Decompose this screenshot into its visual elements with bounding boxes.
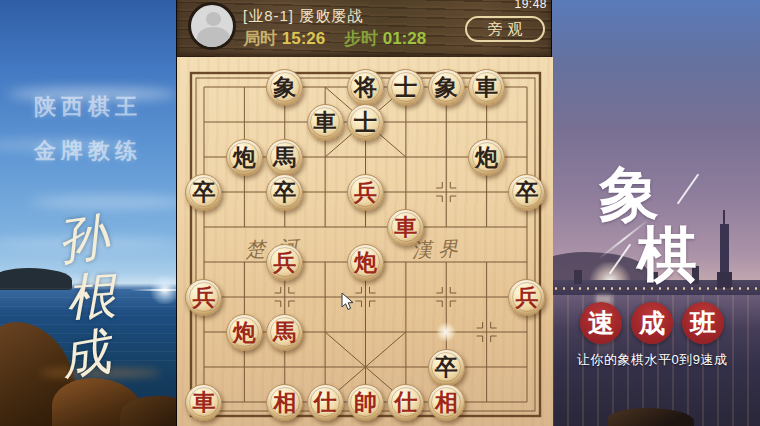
piece-glyph: 士: [354, 111, 377, 134]
intersection-7-8[interactable]: [466, 350, 506, 385]
intersection-5-9[interactable]: 仕: [386, 385, 426, 420]
intersection-5-4[interactable]: 車: [386, 210, 426, 245]
badge-circle: 成: [631, 302, 673, 344]
mouse-cursor: [341, 292, 355, 312]
player-avatar[interactable]: [188, 2, 236, 50]
app-screen: 陕西棋王 金牌教练 孙 根 成 象 棋 速 成 班 让你的象棋水平0到9速成: [0, 0, 760, 426]
person-icon: [206, 12, 221, 26]
intersection-6-2[interactable]: [426, 140, 466, 175]
intersection-2-5[interactable]: 兵: [265, 245, 305, 280]
intersection-6-0[interactable]: 象: [426, 70, 466, 105]
move-time-label: 步时: [344, 29, 378, 48]
intersection-8-9[interactable]: [507, 385, 547, 420]
decorative-slash: [677, 174, 699, 205]
intersection-5-0[interactable]: 士: [386, 70, 426, 105]
intersection-7-4[interactable]: [466, 210, 506, 245]
intersection-8-6[interactable]: 兵: [507, 280, 547, 315]
black-piece-卒[interactable]: 卒: [508, 174, 545, 211]
intersection-2-6[interactable]: [265, 280, 305, 315]
piece-glyph: 象: [273, 76, 296, 99]
xiangqi-board[interactable]: 象将士象車車士炮馬炮卒卒兵卒車兵炮兵兵炮馬卒車相仕帥仕相: [184, 70, 547, 420]
piece-glyph: 炮: [475, 146, 498, 169]
intersection-2-8[interactable]: [265, 350, 305, 385]
right-promo-panel: 象 棋 速 成 班 让你的象棋水平0到9速成: [552, 0, 760, 426]
black-piece-車[interactable]: 車: [468, 69, 505, 106]
intersection-4-2[interactable]: [345, 140, 385, 175]
person-icon: [197, 27, 230, 49]
building: [574, 270, 582, 284]
calligraphy-signature: 孙 根 成: [58, 210, 108, 384]
intersection-3-1[interactable]: 車: [305, 105, 345, 140]
intersection-1-5[interactable]: [224, 245, 264, 280]
intersection-6-4[interactable]: [426, 210, 466, 245]
intersection-5-3[interactable]: [386, 175, 426, 210]
intersection-6-5[interactable]: [426, 245, 466, 280]
last-move-highlight: [436, 322, 456, 342]
intersection-3-0[interactable]: [305, 70, 345, 105]
black-piece-馬[interactable]: 馬: [266, 139, 303, 176]
calligraphy-char: 成: [55, 322, 114, 388]
tower-silhouette: [720, 224, 729, 288]
red-piece-相[interactable]: 相: [428, 384, 465, 421]
left-promo-panel: 陕西棋王 金牌教练 孙 根 成: [0, 0, 176, 426]
piece-glyph: 兵: [192, 286, 215, 309]
intersection-2-9[interactable]: 相: [265, 385, 305, 420]
promo-text-line2: 金牌教练: [0, 136, 176, 166]
intersection-5-6[interactable]: [386, 280, 426, 315]
piece-glyph: 卒: [515, 181, 538, 204]
intersection-2-2[interactable]: 馬: [265, 140, 305, 175]
intersection-0-3[interactable]: 卒: [184, 175, 224, 210]
promo-badges: 速 成 班: [580, 302, 724, 344]
red-piece-帥[interactable]: 帥: [347, 384, 384, 421]
intersection-0-0[interactable]: [184, 70, 224, 105]
piece-glyph: 卒: [273, 181, 296, 204]
piece-glyph: 馬: [273, 321, 296, 344]
intersection-1-3[interactable]: [224, 175, 264, 210]
intersection-0-6[interactable]: 兵: [184, 280, 224, 315]
intersection-4-9[interactable]: 帥: [345, 385, 385, 420]
piece-glyph: 車: [314, 111, 337, 134]
red-piece-仕[interactable]: 仕: [307, 384, 344, 421]
intersection-4-8[interactable]: [345, 350, 385, 385]
piece-glyph: 馬: [273, 146, 296, 169]
intersection-6-7[interactable]: [426, 315, 466, 350]
intersection-3-3[interactable]: [305, 175, 345, 210]
intersection-8-8[interactable]: [507, 350, 547, 385]
piece-glyph: 相: [273, 391, 296, 414]
intersection-7-1[interactable]: [466, 105, 506, 140]
black-piece-士[interactable]: 士: [387, 69, 424, 106]
promo-slogan: 让你的象棋水平0到9速成: [577, 351, 737, 369]
promo-title-char: 棋: [637, 224, 697, 284]
intersection-7-6[interactable]: [466, 280, 506, 315]
badge-circle: 班: [682, 302, 724, 344]
intersection-0-5[interactable]: [184, 245, 224, 280]
intersection-1-4[interactable]: [224, 210, 264, 245]
move-time-value: 01:28: [383, 29, 426, 48]
intersection-1-9[interactable]: [224, 385, 264, 420]
intersection-2-4[interactable]: [265, 210, 305, 245]
intersection-7-0[interactable]: 車: [466, 70, 506, 105]
top-bar: [业8-1] 屡败屡战 局时 15:26 步时 01:28 19:48 旁观: [177, 0, 551, 57]
game-time-value: 15:26: [282, 29, 325, 48]
piece-glyph: 炮: [233, 146, 256, 169]
intersection-3-5[interactable]: [305, 245, 345, 280]
system-clock: 19:48: [514, 0, 547, 11]
intersection-4-7[interactable]: [345, 315, 385, 350]
red-piece-兵[interactable]: 兵: [508, 279, 545, 316]
piece-glyph: 車: [192, 391, 215, 414]
intersection-1-2[interactable]: 炮: [224, 140, 264, 175]
timers: 局时 15:26 步时 01:28: [243, 27, 426, 50]
black-piece-士[interactable]: 士: [347, 104, 384, 141]
red-piece-馬[interactable]: 馬: [266, 314, 303, 351]
intersection-3-6[interactable]: [305, 280, 345, 315]
intersection-6-8[interactable]: 卒: [426, 350, 466, 385]
intersection-4-4[interactable]: [345, 210, 385, 245]
red-piece-仕[interactable]: 仕: [387, 384, 424, 421]
promo-title-char: 象: [599, 164, 659, 224]
game-panel: [业8-1] 屡败屡战 局时 15:26 步时 01:28 19:48 旁观 楚…: [176, 0, 552, 426]
intersection-8-7[interactable]: [507, 315, 547, 350]
red-piece-炮[interactable]: 炮: [226, 314, 263, 351]
calligraphy-char: 孙: [54, 207, 112, 271]
intersection-4-1[interactable]: 士: [345, 105, 385, 140]
intersection-2-7[interactable]: 馬: [265, 315, 305, 350]
black-piece-卒[interactable]: 卒: [185, 174, 222, 211]
intersection-6-3[interactable]: [426, 175, 466, 210]
intersection-0-1[interactable]: [184, 105, 224, 140]
intersection-8-0[interactable]: [507, 70, 547, 105]
intersection-5-7[interactable]: [386, 315, 426, 350]
red-piece-炮[interactable]: 炮: [347, 244, 384, 281]
calligraphy-char: 根: [64, 266, 118, 327]
intersection-8-2[interactable]: [507, 140, 547, 175]
intersection-2-1[interactable]: [265, 105, 305, 140]
intersection-3-4[interactable]: [305, 210, 345, 245]
intersection-0-4[interactable]: [184, 210, 224, 245]
intersection-7-2[interactable]: 炮: [466, 140, 506, 175]
intersection-3-2[interactable]: [305, 140, 345, 175]
room-title: [业8-1] 屡败屡战: [243, 7, 363, 26]
intersection-4-3[interactable]: 兵: [345, 175, 385, 210]
red-piece-車[interactable]: 車: [185, 384, 222, 421]
intersection-0-8[interactable]: [184, 350, 224, 385]
piece-glyph: 車: [394, 216, 417, 239]
intersection-1-1[interactable]: [224, 105, 264, 140]
black-piece-車[interactable]: 車: [307, 104, 344, 141]
intersection-7-9[interactable]: [466, 385, 506, 420]
piece-glyph: 士: [394, 76, 417, 99]
red-piece-相[interactable]: 相: [266, 384, 303, 421]
black-piece-象[interactable]: 象: [428, 69, 465, 106]
intersection-8-3[interactable]: 卒: [507, 175, 547, 210]
intersection-6-1[interactable]: [426, 105, 466, 140]
piece-glyph: 仕: [314, 391, 337, 414]
intersection-3-9[interactable]: 仕: [305, 385, 345, 420]
intersection-5-8[interactable]: [386, 350, 426, 385]
intersection-2-3[interactable]: 卒: [265, 175, 305, 210]
spectate-button[interactable]: 旁观: [465, 16, 545, 42]
piece-glyph: 車: [475, 76, 498, 99]
intersection-4-5[interactable]: 炮: [345, 245, 385, 280]
piece-glyph: 仕: [394, 391, 417, 414]
black-piece-炮[interactable]: 炮: [226, 139, 263, 176]
black-piece-将[interactable]: 将: [347, 69, 384, 106]
black-piece-卒[interactable]: 卒: [266, 174, 303, 211]
red-piece-兵[interactable]: 兵: [266, 244, 303, 281]
intersection-1-7[interactable]: 炮: [224, 315, 264, 350]
intersection-7-5[interactable]: [466, 245, 506, 280]
red-piece-兵[interactable]: 兵: [185, 279, 222, 316]
intersection-7-3[interactable]: [466, 175, 506, 210]
intersection-0-2[interactable]: [184, 140, 224, 175]
red-piece-兵[interactable]: 兵: [347, 174, 384, 211]
piece-glyph: 相: [435, 391, 458, 414]
piece-glyph: 卒: [192, 181, 215, 204]
intersection-0-9[interactable]: 車: [184, 385, 224, 420]
black-piece-卒[interactable]: 卒: [428, 349, 465, 386]
piece-glyph: 炮: [233, 321, 256, 344]
promo-text-line1: 陕西棋王: [0, 92, 176, 122]
intersection-1-0[interactable]: [224, 70, 264, 105]
intersection-8-5[interactable]: [507, 245, 547, 280]
intersection-2-0[interactable]: 象: [265, 70, 305, 105]
piece-glyph: 将: [354, 76, 377, 99]
piece-glyph: 帥: [354, 391, 377, 414]
red-piece-車[interactable]: 車: [387, 209, 424, 246]
intersection-0-7[interactable]: [184, 315, 224, 350]
black-piece-象[interactable]: 象: [266, 69, 303, 106]
intersection-7-7[interactable]: [466, 315, 506, 350]
intersection-6-6[interactable]: [426, 280, 466, 315]
piece-glyph: 兵: [515, 286, 538, 309]
intersection-3-8[interactable]: [305, 350, 345, 385]
intersection-3-7[interactable]: [305, 315, 345, 350]
intersection-6-9[interactable]: 相: [426, 385, 466, 420]
game-time-label: 局时: [243, 29, 277, 48]
intersection-5-1[interactable]: [386, 105, 426, 140]
piece-glyph: 象: [435, 76, 458, 99]
intersection-4-0[interactable]: 将: [345, 70, 385, 105]
intersection-1-8[interactable]: [224, 350, 264, 385]
piece-glyph: 兵: [354, 181, 377, 204]
intersection-8-4[interactable]: [507, 210, 547, 245]
intersection-5-5[interactable]: [386, 245, 426, 280]
piece-glyph: 兵: [273, 251, 296, 274]
intersection-5-2[interactable]: [386, 140, 426, 175]
black-piece-炮[interactable]: 炮: [468, 139, 505, 176]
intersection-1-6[interactable]: [224, 280, 264, 315]
piece-glyph: 炮: [354, 251, 377, 274]
badge-circle: 速: [580, 302, 622, 344]
piece-glyph: 卒: [435, 356, 458, 379]
intersection-8-1[interactable]: [507, 105, 547, 140]
